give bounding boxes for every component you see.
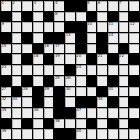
cell-r2c13-block [129, 12, 139, 22]
cell-r8c11-block [108, 76, 118, 86]
cell-r13c6-block [54, 129, 64, 139]
cell-r1c5[interactable] [44, 1, 54, 11]
cell-r13c5[interactable] [44, 129, 54, 139]
cell-r9c1[interactable]: 27 [1, 87, 11, 97]
cell-r5c2[interactable] [12, 44, 22, 54]
cell-r13c12[interactable] [119, 129, 129, 139]
cell-r12c3-block [22, 119, 32, 129]
cell-r1c10[interactable]: 6 [97, 1, 107, 11]
cell-r6c11-block [108, 54, 118, 64]
cell-r12c6[interactable]: 38 [54, 119, 64, 129]
cell-r8c4[interactable] [33, 76, 43, 86]
cell-r11c7-block [65, 108, 75, 118]
cell-r1c7-block [65, 1, 75, 11]
cell-r12c10[interactable] [97, 119, 107, 129]
cell-r12c1-block [1, 119, 11, 129]
cell-r7c11[interactable] [108, 65, 118, 75]
cell-r11c3[interactable] [22, 108, 32, 118]
cell-r10c7[interactable] [65, 97, 75, 107]
cell-r8c13-block [129, 76, 139, 86]
cell-r11c1[interactable]: 35 [1, 108, 11, 118]
cell-r5c9[interactable] [87, 44, 97, 54]
clue-number: 21 [98, 54, 103, 58]
clue-number: 15 [2, 44, 7, 48]
cell-r9c2-block [12, 87, 22, 97]
cell-r6c13-block [129, 54, 139, 64]
cell-r12c5-block [44, 119, 54, 129]
cell-r7c2[interactable] [12, 65, 22, 75]
cell-r10c5[interactable] [44, 97, 54, 107]
cell-r7c3[interactable] [22, 65, 32, 75]
cell-r5c1[interactable]: 15 [1, 44, 11, 54]
cell-r10c11-block [108, 97, 118, 107]
cell-r5c5[interactable]: 16 [44, 44, 54, 54]
cell-r9c10-block [97, 87, 107, 97]
cell-r3c10[interactable] [97, 22, 107, 32]
clue-number: 24 [76, 65, 81, 69]
cell-r13c11[interactable] [108, 129, 118, 139]
cell-r12c13-block [129, 119, 139, 129]
cell-r1c9[interactable]: 5 [87, 1, 97, 11]
cell-r6c4[interactable]: 18 [33, 54, 43, 64]
clue-number: 25 [55, 76, 60, 80]
cell-r2c7[interactable] [65, 12, 75, 22]
cell-r6c1-block [1, 54, 11, 64]
clue-number: 13 [66, 33, 71, 37]
cell-r7c13[interactable] [129, 65, 139, 75]
cell-r13c1[interactable]: 39 [1, 129, 11, 139]
cell-r8c6[interactable]: 25 [54, 76, 64, 86]
cell-r12c4[interactable] [33, 119, 43, 129]
cell-r5c11[interactable] [108, 44, 118, 54]
cell-r8c5-block [44, 76, 54, 86]
clue-number: 23 [2, 65, 7, 69]
cell-r9c11[interactable]: 31 [108, 87, 118, 97]
clue-number: 7 [119, 1, 121, 5]
cell-r13c7-block [65, 129, 75, 139]
cell-r11c5[interactable] [44, 108, 54, 118]
cell-r11c2[interactable] [12, 108, 22, 118]
cell-r1c8-block [76, 1, 86, 11]
cell-r1c1[interactable]: 1 [1, 1, 11, 11]
cell-r8c7[interactable]: 26 [65, 76, 75, 86]
cell-r7c1[interactable]: 23 [1, 65, 11, 75]
clue-number: 31 [108, 87, 113, 91]
cell-r5c3[interactable] [22, 44, 32, 54]
cell-r12c9-block [87, 119, 97, 129]
clue-number: 26 [66, 76, 71, 80]
cell-r3c1[interactable]: 9 [1, 22, 11, 32]
cell-r8c3-block [22, 76, 32, 86]
cell-r3c7-block [65, 22, 75, 32]
cell-r4c9[interactable] [87, 33, 97, 43]
cell-r13c3[interactable] [22, 129, 32, 139]
cell-r2c6[interactable]: 8 [54, 12, 64, 22]
cell-r8c1-block [1, 76, 11, 86]
cell-r4c3-block [22, 33, 32, 43]
cell-r13c13[interactable] [129, 129, 139, 139]
cell-r1c3[interactable] [22, 1, 32, 11]
cell-r8c10[interactable] [97, 76, 107, 86]
cell-r2c4[interactable] [33, 12, 43, 22]
cell-r6c2[interactable] [12, 54, 22, 64]
cell-r9c12[interactable] [119, 87, 129, 97]
clue-number: 9 [2, 22, 4, 26]
cell-r2c11-block [108, 12, 118, 22]
clue-number: 1 [2, 1, 4, 5]
cell-r1c2[interactable]: 2 [12, 1, 22, 11]
cell-r7c9[interactable] [87, 65, 97, 75]
cell-r7c7-block [65, 65, 75, 75]
cell-r11c13[interactable] [129, 108, 139, 118]
cell-r9c6-block [54, 87, 64, 97]
cell-r3c9[interactable]: 10 [87, 22, 97, 32]
cell-r13c4[interactable] [33, 129, 43, 139]
cell-r2c3-block [22, 12, 32, 22]
clue-number: 22 [119, 54, 124, 58]
cell-r2c9-block [87, 12, 97, 22]
cell-r12c12[interactable] [119, 119, 129, 129]
cell-r13c2[interactable] [12, 129, 22, 139]
clue-number: 19 [55, 54, 60, 58]
cell-r4c6-block [54, 33, 64, 43]
cell-r8c9-block [87, 76, 97, 86]
cell-r9c9[interactable] [87, 87, 97, 97]
clue-number: 38 [55, 119, 60, 123]
cell-r4c7[interactable]: 13 [65, 33, 75, 43]
cell-r13c9[interactable] [87, 129, 97, 139]
cell-r9c13[interactable] [129, 87, 139, 97]
crossword-grid: 1234567891011121314151617181920212223242… [0, 0, 140, 140]
cell-r9c5[interactable]: 29 [44, 87, 54, 97]
cell-r10c3[interactable] [22, 97, 32, 107]
clue-number: 6 [98, 1, 100, 5]
cell-r11c6-block [54, 108, 64, 118]
cell-r3c12[interactable] [119, 22, 129, 32]
clue-number: 36 [34, 108, 39, 112]
cell-r4c2[interactable] [12, 33, 22, 43]
cell-r3c11[interactable]: 11 [108, 22, 118, 32]
cell-r1c11[interactable] [108, 1, 118, 11]
cell-r9c8[interactable] [76, 87, 86, 97]
cell-r5c10-block [97, 44, 107, 54]
cell-r6c10[interactable]: 21 [97, 54, 107, 64]
cell-r13c10[interactable] [97, 129, 107, 139]
cell-r3c3[interactable] [22, 22, 32, 32]
clue-number: 11 [108, 22, 113, 26]
cell-r3c8-block [76, 22, 86, 32]
cell-r10c12[interactable] [119, 97, 129, 107]
clue-number: 2 [12, 1, 14, 5]
cell-r11c4[interactable]: 36 [33, 108, 43, 118]
cell-r10c9-block [87, 97, 97, 107]
cell-r8c8[interactable] [76, 76, 86, 86]
cell-r1c4[interactable]: 3 [33, 1, 43, 11]
cell-r9c3[interactable]: 28 [22, 87, 32, 97]
clue-number: 17 [55, 44, 60, 48]
cell-r5c6[interactable]: 17 [54, 44, 64, 54]
cell-r11c10[interactable] [97, 108, 107, 118]
cell-r4c4[interactable] [33, 33, 43, 43]
cell-r2c2[interactable] [12, 12, 22, 22]
cell-r4c1-block [1, 33, 11, 43]
clue-number: 8 [55, 12, 57, 16]
cell-r2c8[interactable] [76, 12, 86, 22]
clue-number: 14 [108, 33, 113, 37]
clue-number: 33 [12, 97, 17, 101]
clue-number: 3 [34, 1, 36, 5]
clue-number: 40 [76, 129, 81, 133]
cell-r3c13[interactable]: 12 [129, 22, 139, 32]
clue-number: 20 [76, 54, 81, 58]
cell-r9c4-block [33, 87, 43, 97]
cell-r4c8-block [76, 33, 86, 43]
cell-r7c5[interactable] [44, 65, 54, 75]
cell-r6c8[interactable]: 20 [76, 54, 86, 64]
clue-number: 39 [2, 129, 7, 133]
cell-r6c9-block [87, 54, 97, 64]
clue-number: 10 [87, 22, 92, 26]
cell-r7c12[interactable] [119, 65, 129, 75]
cell-r7c8[interactable]: 24 [76, 65, 86, 75]
cell-r8c2[interactable] [12, 76, 22, 86]
cell-r4c10-block [97, 33, 107, 43]
cell-r11c8[interactable]: 37 [76, 108, 86, 118]
clue-number: 4 [55, 1, 57, 5]
cell-r10c8-block [76, 97, 86, 107]
cell-r10c1[interactable]: 32 [1, 97, 11, 107]
cell-r5c12-block [119, 44, 129, 54]
cell-r3c2[interactable] [12, 22, 22, 32]
cell-r2c5-block [44, 12, 54, 22]
clue-number: 30 [66, 87, 71, 91]
clue-number: 16 [44, 44, 49, 48]
cell-r1c13[interactable] [129, 1, 139, 11]
cell-r11c11[interactable] [108, 108, 118, 118]
cell-r4c5-block [44, 33, 54, 43]
cell-r3c4[interactable] [33, 22, 43, 32]
cell-r11c9[interactable] [87, 108, 97, 118]
cell-r6c5-block [44, 54, 54, 64]
cell-r12c11-block [108, 119, 118, 129]
cell-r3c5[interactable] [44, 22, 54, 32]
cell-r1c12[interactable]: 7 [119, 1, 129, 11]
cell-r1c6[interactable]: 4 [54, 1, 64, 11]
cell-r7c6[interactable] [54, 65, 64, 75]
cell-r2c1-block [1, 12, 11, 22]
cell-r5c4-block [33, 44, 43, 54]
cell-r12c7[interactable] [65, 119, 75, 129]
cell-r9c7[interactable]: 30 [65, 87, 75, 97]
clue-number: 18 [34, 54, 39, 58]
clue-number: 29 [44, 87, 49, 91]
cell-r6c12[interactable]: 22 [119, 54, 129, 64]
cell-r10c2[interactable]: 33 [12, 97, 22, 107]
cell-r2c12[interactable] [119, 12, 129, 22]
cell-r7c10[interactable] [97, 65, 107, 75]
cell-r6c3-block [22, 54, 32, 64]
cell-r10c10[interactable]: 34 [97, 97, 107, 107]
cell-r13c8[interactable]: 40 [76, 129, 86, 139]
cell-r2c10[interactable] [97, 12, 107, 22]
cell-r12c2[interactable] [12, 119, 22, 129]
clue-number: 32 [2, 97, 7, 101]
clue-number: 34 [98, 97, 103, 101]
cell-r10c4-block [33, 97, 43, 107]
clue-number: 35 [2, 108, 7, 112]
cell-r10c6-block [54, 97, 64, 107]
clue-number: 28 [23, 87, 28, 91]
cell-r5c8-block [76, 44, 86, 54]
cell-r7c4[interactable] [33, 65, 43, 75]
cell-r3c6[interactable] [54, 22, 64, 32]
cell-r10c13-block [129, 97, 139, 107]
clue-number: 37 [76, 108, 81, 112]
crossword-board: 1234567891011121314151617181920212223242… [0, 0, 140, 140]
cell-r6c6[interactable]: 19 [54, 54, 64, 64]
cell-r4c11[interactable]: 14 [108, 33, 118, 43]
cell-r12c8[interactable] [76, 119, 86, 129]
clue-number: 12 [130, 22, 135, 26]
clue-number: 5 [87, 1, 89, 5]
clue-number: 27 [2, 87, 7, 91]
cell-r6c7[interactable] [65, 54, 75, 64]
cell-r5c7[interactable] [65, 44, 75, 54]
cell-r11c12[interactable] [119, 108, 129, 118]
cell-r5c13[interactable] [129, 44, 139, 54]
cell-r4c12[interactable] [119, 33, 129, 43]
cell-r4c13[interactable] [129, 33, 139, 43]
cell-r8c12[interactable] [119, 76, 129, 86]
